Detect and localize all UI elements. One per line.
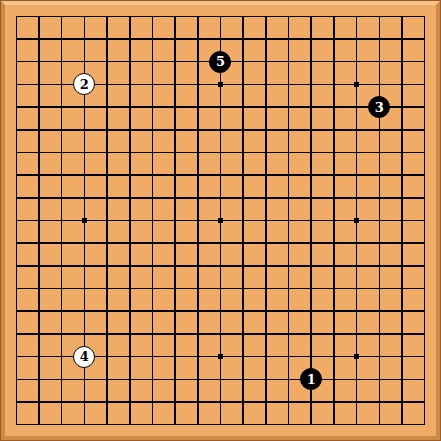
grid-line-vertical [288, 73, 290, 96]
intersection [96, 50, 119, 73]
grid-line-vertical [106, 391, 108, 414]
intersection [300, 164, 323, 187]
grid-line-vertical [38, 300, 40, 323]
intersection [368, 118, 391, 141]
grid-line-vertical [61, 345, 63, 368]
grid-line-vertical [106, 255, 108, 278]
grid-line-vertical [106, 300, 108, 323]
grid-line-horizontal [16, 61, 28, 63]
intersection [277, 323, 300, 346]
intersection [300, 323, 323, 346]
intersection [186, 5, 209, 28]
intersection [96, 186, 119, 209]
intersection [96, 368, 119, 391]
grid-line-vertical [129, 345, 131, 368]
grid-line-vertical [333, 73, 335, 96]
intersection [186, 96, 209, 119]
grid-line-vertical [356, 141, 358, 164]
grid-line-vertical [242, 118, 244, 141]
grid-line-vertical [16, 413, 18, 425]
grid-line-vertical [220, 186, 222, 209]
grid-line-vertical [333, 209, 335, 232]
intersection [391, 96, 414, 119]
grid-line-vertical [38, 28, 40, 51]
intersection [391, 50, 414, 73]
grid-line-vertical [152, 118, 154, 141]
intersection [50, 345, 73, 368]
grid-line-vertical [424, 141, 426, 164]
intersection [232, 232, 255, 255]
intersection [28, 164, 51, 187]
intersection [118, 255, 141, 278]
grid-line-vertical [197, 300, 199, 323]
grid-line-vertical [401, 209, 403, 232]
intersection [277, 232, 300, 255]
grid-line-vertical [38, 118, 40, 141]
grid-line-vertical [379, 323, 381, 346]
intersection [323, 300, 346, 323]
intersection [96, 141, 119, 164]
intersection [118, 164, 141, 187]
intersection [5, 345, 28, 368]
grid-line-vertical [242, 391, 244, 414]
intersection [391, 73, 414, 96]
grid-line-vertical [265, 16, 267, 28]
intersection [141, 255, 164, 278]
intersection [118, 96, 141, 119]
intersection [73, 5, 96, 28]
grid-line-vertical [310, 232, 312, 255]
intersection [277, 209, 300, 232]
grid-line-vertical [129, 232, 131, 255]
intersection [323, 232, 346, 255]
grid-line-vertical [401, 186, 403, 209]
grid-line-vertical [61, 28, 63, 51]
intersection [28, 96, 51, 119]
intersection [345, 5, 368, 28]
grid-line-vertical [242, 300, 244, 323]
intersection [5, 186, 28, 209]
intersection [277, 73, 300, 96]
grid-line-vertical [379, 300, 381, 323]
intersection [96, 277, 119, 300]
intersection [413, 368, 436, 391]
grid-line-vertical [288, 323, 290, 346]
intersection [255, 345, 278, 368]
grid-line-vertical [288, 209, 290, 232]
intersection [345, 50, 368, 73]
intersection [345, 141, 368, 164]
intersection [232, 50, 255, 73]
grid-line-vertical [129, 118, 131, 141]
intersection [141, 73, 164, 96]
grid-line-vertical [174, 255, 176, 278]
intersection [209, 255, 232, 278]
grid-line-vertical [220, 413, 222, 425]
grid-line-vertical [84, 50, 86, 73]
intersection [300, 300, 323, 323]
stone-black-R15: 3 [368, 96, 390, 118]
grid-line-vertical [84, 186, 86, 209]
grid-line-vertical [220, 232, 222, 255]
intersection [5, 141, 28, 164]
grid-line-vertical [220, 300, 222, 323]
intersection [300, 345, 323, 368]
star-point [218, 354, 223, 359]
intersection [300, 118, 323, 141]
grid-line-vertical [197, 209, 199, 232]
grid-line-vertical [424, 73, 426, 96]
grid-line-vertical [38, 277, 40, 300]
grid-line-vertical [197, 368, 199, 391]
intersection [232, 277, 255, 300]
grid-line-vertical [401, 28, 403, 51]
grid-line-vertical [220, 368, 222, 391]
intersection [255, 255, 278, 278]
intersection [164, 50, 187, 73]
intersection [277, 28, 300, 51]
grid-line-vertical [38, 96, 40, 119]
grid-line-vertical [310, 323, 312, 346]
grid-line-vertical [197, 50, 199, 73]
intersection [186, 186, 209, 209]
grid-line-vertical [61, 255, 63, 278]
intersection [96, 323, 119, 346]
intersection [96, 255, 119, 278]
grid-line-vertical [152, 345, 154, 368]
intersection [368, 232, 391, 255]
intersection: 2 [73, 73, 96, 96]
intersection [186, 345, 209, 368]
intersection [50, 255, 73, 278]
intersection [413, 50, 436, 73]
intersection [345, 368, 368, 391]
grid-line-vertical [129, 141, 131, 164]
grid-line-vertical [220, 141, 222, 164]
intersection [232, 391, 255, 414]
intersection [50, 118, 73, 141]
grid-line-horizontal [16, 310, 28, 312]
intersection [73, 50, 96, 73]
intersection [345, 186, 368, 209]
stone-move-number: 2 [80, 78, 89, 91]
intersection [277, 391, 300, 414]
grid-line-vertical [265, 118, 267, 141]
grid-line-vertical [84, 96, 86, 119]
intersection [186, 368, 209, 391]
grid-line-vertical [310, 209, 312, 232]
grid-line-vertical [16, 96, 18, 119]
grid-line-vertical [38, 164, 40, 187]
intersection [5, 391, 28, 414]
grid-line-vertical [106, 164, 108, 187]
grid-line-horizontal [16, 152, 28, 154]
grid-line-vertical [174, 300, 176, 323]
grid-line-vertical [84, 368, 86, 391]
grid-line-vertical [152, 277, 154, 300]
grid-line-vertical [220, 255, 222, 278]
grid-line-vertical [174, 277, 176, 300]
grid-line-vertical [242, 96, 244, 119]
intersection [141, 28, 164, 51]
grid-line-vertical [356, 255, 358, 278]
grid-line-vertical [38, 345, 40, 368]
grid-line-vertical [152, 255, 154, 278]
grid-line-vertical [424, 164, 426, 187]
intersection [28, 209, 51, 232]
intersection [50, 186, 73, 209]
intersection [391, 300, 414, 323]
grid-line-vertical [220, 16, 222, 28]
intersection [255, 391, 278, 414]
intersection [255, 141, 278, 164]
grid-line-vertical [197, 391, 199, 414]
intersection [118, 300, 141, 323]
intersection [5, 277, 28, 300]
intersection [28, 5, 51, 28]
intersection [141, 300, 164, 323]
intersection [118, 28, 141, 51]
intersection [96, 96, 119, 119]
intersection [345, 323, 368, 346]
grid-line-vertical [129, 96, 131, 119]
grid-line-vertical [38, 186, 40, 209]
intersection [73, 413, 96, 436]
intersection [232, 164, 255, 187]
grid-line-vertical [379, 50, 381, 73]
grid-line-vertical [379, 209, 381, 232]
intersection [391, 345, 414, 368]
intersection [277, 277, 300, 300]
grid-line-vertical [242, 16, 244, 28]
grid-line-vertical [16, 277, 18, 300]
grid-line-vertical [61, 300, 63, 323]
intersection [96, 164, 119, 187]
grid-line-vertical [197, 118, 199, 141]
grid-line-horizontal [16, 84, 28, 86]
grid-line-vertical [152, 300, 154, 323]
grid-line-vertical [401, 141, 403, 164]
intersection [368, 323, 391, 346]
intersection [277, 50, 300, 73]
intersection [323, 28, 346, 51]
grid-line-vertical [197, 16, 199, 28]
grid-line-vertical [38, 209, 40, 232]
intersection [50, 323, 73, 346]
intersection [209, 5, 232, 28]
intersection [28, 413, 51, 436]
star-point [354, 354, 359, 359]
grid-line-vertical [84, 141, 86, 164]
intersection [73, 96, 96, 119]
intersection [277, 5, 300, 28]
intersection [345, 413, 368, 436]
intersection [164, 186, 187, 209]
grid-line-vertical [310, 96, 312, 119]
grid-line-vertical [61, 141, 63, 164]
grid-line-vertical [129, 28, 131, 51]
intersection [118, 186, 141, 209]
intersection [391, 186, 414, 209]
grid-line-vertical [152, 16, 154, 28]
grid-line-vertical [379, 186, 381, 209]
intersection [141, 209, 164, 232]
grid-line-vertical [288, 28, 290, 51]
grid-line-vertical [152, 96, 154, 119]
intersection [141, 345, 164, 368]
grid-line-horizontal [16, 220, 28, 222]
intersection [209, 413, 232, 436]
grid-line-horizontal [16, 424, 28, 426]
grid-line-vertical [106, 345, 108, 368]
grid-line-vertical [197, 323, 199, 346]
intersection [232, 96, 255, 119]
intersection [300, 209, 323, 232]
intersection [209, 277, 232, 300]
grid-line-vertical [220, 164, 222, 187]
grid-line-vertical [106, 141, 108, 164]
grid-line-vertical [197, 345, 199, 368]
intersection [50, 277, 73, 300]
grid-line-vertical [333, 255, 335, 278]
grid-line-vertical [379, 141, 381, 164]
grid-line-vertical [265, 368, 267, 391]
intersection [209, 209, 232, 232]
grid-line-vertical [16, 141, 18, 164]
intersection [164, 413, 187, 436]
grid-line-horizontal [16, 265, 28, 267]
intersection [277, 118, 300, 141]
intersection [73, 28, 96, 51]
intersection [345, 96, 368, 119]
grid-line-vertical [106, 28, 108, 51]
intersection [255, 368, 278, 391]
intersection [255, 277, 278, 300]
grid-line-vertical [310, 413, 312, 425]
grid-line-vertical [401, 16, 403, 28]
grid-line-horizontal [16, 38, 28, 40]
intersection [277, 164, 300, 187]
grid-line-vertical [197, 186, 199, 209]
grid-line-vertical [16, 323, 18, 346]
intersection [50, 96, 73, 119]
grid-line-vertical [424, 277, 426, 300]
intersection [413, 323, 436, 346]
grid-line-vertical [174, 28, 176, 51]
intersection [232, 186, 255, 209]
intersection [141, 118, 164, 141]
grid-line-vertical [333, 96, 335, 119]
intersection [5, 323, 28, 346]
intersection [255, 73, 278, 96]
grid-line-horizontal [16, 197, 28, 199]
grid-line-vertical [220, 277, 222, 300]
intersection [391, 141, 414, 164]
grid-line-vertical [84, 323, 86, 346]
intersection [413, 141, 436, 164]
grid-line-vertical [424, 345, 426, 368]
grid-line-vertical [174, 209, 176, 232]
grid-line-vertical [265, 164, 267, 187]
grid-line-horizontal [16, 129, 28, 131]
intersection [28, 50, 51, 73]
intersection [118, 141, 141, 164]
intersection [50, 5, 73, 28]
intersection [96, 209, 119, 232]
intersection [413, 186, 436, 209]
intersection [323, 50, 346, 73]
intersection [164, 300, 187, 323]
grid-line-vertical [106, 96, 108, 119]
grid-line-vertical [197, 232, 199, 255]
grid-line-vertical [61, 73, 63, 96]
intersection [73, 368, 96, 391]
intersection [391, 277, 414, 300]
intersection [209, 73, 232, 96]
intersection [232, 368, 255, 391]
grid-line-vertical [61, 323, 63, 346]
intersection [345, 118, 368, 141]
grid-line-vertical [16, 16, 18, 28]
intersection [300, 50, 323, 73]
intersection [300, 255, 323, 278]
grid-line-vertical [106, 232, 108, 255]
grid-line-vertical [84, 232, 86, 255]
intersection: 5 [209, 50, 232, 73]
intersection [277, 413, 300, 436]
grid-line-vertical [379, 73, 381, 96]
intersection [391, 323, 414, 346]
intersection [96, 232, 119, 255]
intersection [186, 232, 209, 255]
intersection [28, 368, 51, 391]
intersection [209, 300, 232, 323]
grid-line-vertical [356, 277, 358, 300]
grid-line-vertical [129, 300, 131, 323]
grid-line-vertical [288, 16, 290, 28]
grid-line-vertical [424, 300, 426, 323]
grid-line-vertical [401, 96, 403, 119]
grid-line-vertical [356, 232, 358, 255]
go-board-grid: 52341 [5, 5, 436, 436]
intersection [209, 345, 232, 368]
intersection [73, 300, 96, 323]
intersection [28, 141, 51, 164]
intersection [300, 96, 323, 119]
intersection [141, 164, 164, 187]
grid-line-vertical [310, 186, 312, 209]
grid-line-vertical [84, 391, 86, 414]
star-point [218, 82, 223, 87]
intersection [391, 391, 414, 414]
grid-line-vertical [152, 186, 154, 209]
intersection [28, 118, 51, 141]
intersection [345, 209, 368, 232]
grid-line-vertical [61, 277, 63, 300]
grid-line-vertical [310, 391, 312, 414]
intersection: 1 [300, 368, 323, 391]
grid-line-vertical [174, 164, 176, 187]
grid-line-vertical [129, 277, 131, 300]
grid-line-vertical [38, 16, 40, 28]
grid-line-vertical [379, 118, 381, 141]
intersection [5, 232, 28, 255]
grid-line-vertical [401, 255, 403, 278]
intersection [141, 277, 164, 300]
intersection [368, 186, 391, 209]
intersection [391, 118, 414, 141]
grid-line-horizontal [16, 401, 28, 403]
